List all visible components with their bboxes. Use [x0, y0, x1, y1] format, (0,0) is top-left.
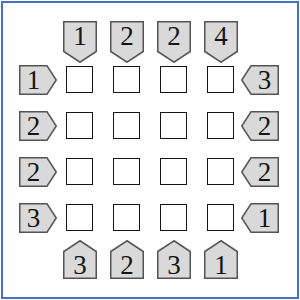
cell-r3c3[interactable]: [160, 158, 187, 185]
clue-left-row2: 2: [19, 111, 57, 141]
clue-value: 1: [204, 251, 238, 279]
cell-r4c1[interactable]: [66, 204, 93, 231]
clue-value: 3: [250, 65, 279, 95]
cell-r1c1[interactable]: [66, 66, 93, 93]
clue-value: 2: [19, 111, 48, 141]
cell-r2c2[interactable]: [113, 112, 140, 139]
clue-value: 2: [157, 21, 191, 52]
cell-r2c1[interactable]: [66, 112, 93, 139]
clue-value: 2: [19, 157, 48, 187]
cell-r3c2[interactable]: [113, 158, 140, 185]
clue-value: 2: [110, 21, 144, 52]
puzzle-grid: [66, 66, 234, 231]
clue-value: 3: [19, 203, 48, 233]
clue-value: 3: [157, 251, 191, 279]
clue-value: 2: [250, 111, 279, 141]
clue-top-col2: 2: [110, 21, 144, 63]
cell-r2c3[interactable]: [160, 112, 187, 139]
cell-r4c4[interactable]: [207, 204, 234, 231]
cell-r1c4[interactable]: [207, 66, 234, 93]
clue-top-col1: 1: [63, 21, 97, 63]
cell-r3c4[interactable]: [207, 158, 234, 185]
clue-value: 1: [63, 21, 97, 52]
clue-value: 4: [204, 21, 238, 52]
clue-top-col4: 4: [204, 21, 238, 63]
clue-right-row3: 2: [241, 157, 279, 187]
clue-value: 2: [110, 251, 144, 279]
clue-left-row1: 1: [19, 65, 57, 95]
cell-r3c1[interactable]: [66, 158, 93, 185]
cell-r4c3[interactable]: [160, 204, 187, 231]
clue-bottom-col1: 3: [63, 240, 97, 279]
cell-r1c3[interactable]: [160, 66, 187, 93]
cell-r1c2[interactable]: [113, 66, 140, 93]
cell-r4c2[interactable]: [113, 204, 140, 231]
clue-value: 1: [19, 65, 48, 95]
clue-value: 1: [250, 203, 279, 233]
clue-left-row3: 2: [19, 157, 57, 187]
clue-top-col3: 2: [157, 21, 191, 63]
clue-value: 2: [250, 157, 279, 187]
clue-value: 3: [63, 251, 97, 279]
clue-bottom-col4: 1: [204, 240, 238, 279]
skyscrapers-board: 1 2 2 4 1 2 2 3 3 2 2 1: [0, 0, 300, 300]
clue-right-row4: 1: [241, 203, 279, 233]
clue-bottom-col2: 2: [110, 240, 144, 279]
clue-right-row1: 3: [241, 65, 279, 95]
clue-left-row4: 3: [19, 203, 57, 233]
clue-right-row2: 2: [241, 111, 279, 141]
clue-bottom-col3: 3: [157, 240, 191, 279]
cell-r2c4[interactable]: [207, 112, 234, 139]
